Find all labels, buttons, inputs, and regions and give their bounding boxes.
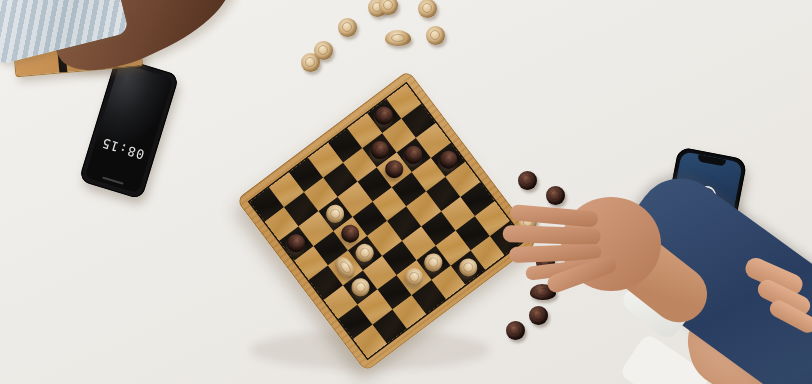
table-scene: 08:15 Cloud Network: [0, 0, 812, 384]
chessboard: [236, 70, 538, 372]
home-indicator: [102, 176, 124, 184]
phone-notch: [697, 154, 726, 166]
clock-time: 08:15: [94, 134, 152, 165]
board-grid: [250, 84, 524, 358]
piece-light-pawn[interactable]: [379, 0, 398, 15]
piece-light-pawn-tipped[interactable]: [385, 30, 411, 45]
piece-light-pawn[interactable]: [418, 0, 437, 18]
piece-light-pawn[interactable]: [314, 41, 333, 60]
piece-light-pawn[interactable]: [338, 18, 357, 37]
phone-left-screen: 08:15: [85, 62, 174, 193]
piece-light-pawn[interactable]: [426, 26, 445, 45]
piece-dark-pawn[interactable]: [506, 321, 525, 340]
phone-left: 08:15: [78, 56, 179, 200]
reaching-hand: [495, 178, 665, 310]
